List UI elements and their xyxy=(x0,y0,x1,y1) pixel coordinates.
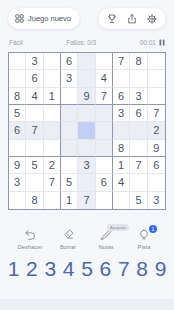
cell-r6c2[interactable] xyxy=(26,140,43,157)
home-indicator-area xyxy=(0,299,174,310)
cell-r5c3[interactable] xyxy=(44,122,61,139)
mistakes-counter: Fallos: 0/3 xyxy=(66,39,96,46)
cell-r5c8[interactable] xyxy=(130,122,147,139)
cell-r4c9[interactable]: 7 xyxy=(148,105,165,122)
undo-icon xyxy=(23,228,37,242)
cell-r7c7[interactable]: 1 xyxy=(113,157,130,174)
cell-r2c1[interactable] xyxy=(9,70,26,87)
numpad-3[interactable]: 3 xyxy=(43,257,58,280)
cell-r3c2[interactable]: 4 xyxy=(26,88,43,105)
numpad-7[interactable]: 7 xyxy=(116,257,131,280)
numpad-8[interactable]: 8 xyxy=(135,257,150,280)
cell-r3c3[interactable]: 1 xyxy=(44,88,61,105)
tool-label: Notas xyxy=(98,244,113,250)
cell-r8c1[interactable]: 3 xyxy=(9,174,26,191)
deshacer-button[interactable]: Deshacer xyxy=(14,228,46,250)
cell-r3c4[interactable] xyxy=(61,88,78,105)
cell-r5c1[interactable]: 6 xyxy=(9,122,26,139)
cell-r7c8[interactable]: 7 xyxy=(130,157,147,174)
cell-r9c2[interactable]: 8 xyxy=(26,192,43,209)
hint-count-badge: 1 xyxy=(149,225,157,233)
cell-r2c3[interactable] xyxy=(44,70,61,87)
cell-r1c1[interactable] xyxy=(9,53,26,70)
cell-r5c7[interactable] xyxy=(113,122,130,139)
cell-r9c9[interactable]: 3 xyxy=(148,192,165,209)
trophy-icon[interactable] xyxy=(106,13,118,25)
numpad-2[interactable]: 2 xyxy=(24,257,39,280)
numpad-5[interactable]: 5 xyxy=(80,257,95,280)
sudoku-app: Juego nuevo xyxy=(0,0,174,310)
cell-r9c4[interactable]: 1 xyxy=(61,192,78,209)
tool-label: Deshacer xyxy=(18,244,43,250)
cell-r1c3[interactable] xyxy=(44,53,61,70)
cell-r5c6[interactable] xyxy=(96,122,113,139)
cell-r6c5[interactable] xyxy=(78,140,95,157)
cell-r2c6[interactable]: 4 xyxy=(96,70,113,87)
cell-r1c6[interactable] xyxy=(96,53,113,70)
cell-r4c2[interactable] xyxy=(26,105,43,122)
cell-r8c6[interactable]: 6 xyxy=(96,174,113,191)
cell-r4c5[interactable] xyxy=(78,105,95,122)
cell-r2c8[interactable] xyxy=(130,70,147,87)
cell-r6c1[interactable] xyxy=(9,140,26,157)
eraser-icon xyxy=(61,228,75,242)
cell-r8c2[interactable] xyxy=(26,174,43,191)
pause-button[interactable] xyxy=(159,39,165,46)
number-pad: 123456789 xyxy=(0,257,174,280)
numpad-1[interactable]: 1 xyxy=(6,257,21,280)
cell-r7c4[interactable] xyxy=(61,157,78,174)
cell-r1c7[interactable]: 7 xyxy=(113,53,130,70)
cell-r2c7[interactable] xyxy=(113,70,130,87)
cell-r1c5[interactable] xyxy=(78,53,95,70)
cell-r7c1[interactable]: 9 xyxy=(9,157,26,174)
new-game-label: Juego nuevo xyxy=(28,14,71,23)
cell-r8c8[interactable] xyxy=(130,174,147,191)
cell-r3c6[interactable]: 7 xyxy=(96,88,113,105)
cell-r3c8[interactable]: 3 xyxy=(130,88,147,105)
cell-r4c7[interactable]: 3 xyxy=(113,105,130,122)
cell-r9c3[interactable] xyxy=(44,192,61,209)
cell-r2c2[interactable]: 6 xyxy=(26,70,43,87)
header-actions xyxy=(98,8,166,29)
cell-r6c6[interactable] xyxy=(96,140,113,157)
cell-r6c4[interactable] xyxy=(61,140,78,157)
notes-state-badge: Apagado xyxy=(107,224,129,231)
cell-r3c5[interactable]: 9 xyxy=(78,88,95,105)
cell-r7c2[interactable]: 5 xyxy=(26,157,43,174)
cell-r4c4[interactable] xyxy=(61,105,78,122)
cell-r8c5[interactable] xyxy=(78,174,95,191)
cell-r5c9[interactable]: 2 xyxy=(148,122,165,139)
cell-r1c8[interactable]: 8 xyxy=(130,53,147,70)
status-bar: Fácil Fallos: 0/3 00:01 xyxy=(9,39,165,46)
cell-r8c4[interactable]: 5 xyxy=(61,174,78,191)
sudoku-board: 3678634841976353676728995231763756481753 xyxy=(8,52,166,210)
cell-r9c1[interactable] xyxy=(9,192,26,209)
cell-r1c2[interactable]: 3 xyxy=(26,53,43,70)
difficulty-label: Fácil xyxy=(9,39,23,46)
cell-r6c3[interactable] xyxy=(44,140,61,157)
cell-r6c8[interactable] xyxy=(130,140,147,157)
pista-button[interactable]: 1Pista xyxy=(128,228,160,250)
cell-r6c7[interactable]: 8 xyxy=(113,140,130,157)
cell-r5c2[interactable]: 7 xyxy=(26,122,43,139)
settings-icon[interactable] xyxy=(146,13,158,25)
cell-r8c3[interactable]: 7 xyxy=(44,174,61,191)
cell-r9c6[interactable] xyxy=(96,192,113,209)
tool-label: Pista xyxy=(138,244,151,250)
cell-r7c5[interactable]: 3 xyxy=(78,157,95,174)
cell-r4c6[interactable] xyxy=(96,105,113,122)
cell-r2c5[interactable] xyxy=(78,70,95,87)
cell-r7c3[interactable]: 2 xyxy=(44,157,61,174)
top-bar: Juego nuevo xyxy=(8,8,166,29)
cell-r5c5[interactable] xyxy=(78,122,95,139)
numpad-6[interactable]: 6 xyxy=(98,257,113,280)
cell-r3c1[interactable]: 8 xyxy=(9,88,26,105)
cell-r9c7[interactable] xyxy=(113,192,130,209)
cell-r3c7[interactable]: 6 xyxy=(113,88,130,105)
numpad-4[interactable]: 4 xyxy=(61,257,76,280)
notas-button[interactable]: ApagadoNotas xyxy=(90,228,122,250)
cell-r3c9[interactable] xyxy=(148,88,165,105)
cell-r2c9[interactable] xyxy=(148,70,165,87)
cell-r5c4[interactable] xyxy=(61,122,78,139)
cell-r4c3[interactable] xyxy=(44,105,61,122)
cell-r1c4[interactable]: 6 xyxy=(61,53,78,70)
cell-r2c4[interactable]: 3 xyxy=(61,70,78,87)
new-game-button[interactable]: Juego nuevo xyxy=(8,8,80,29)
numpad-9[interactable]: 9 xyxy=(153,257,168,280)
cell-r4c8[interactable]: 6 xyxy=(130,105,147,122)
cell-r7c9[interactable]: 6 xyxy=(148,157,165,174)
cell-r9c8[interactable]: 5 xyxy=(130,192,147,209)
cell-r6c9[interactable]: 9 xyxy=(148,140,165,157)
tool-label: Borrar xyxy=(60,244,76,250)
share-icon[interactable] xyxy=(126,13,138,25)
cell-r8c9[interactable] xyxy=(148,174,165,191)
action-toolbar: DeshacerBorrarApagadoNotas1Pista xyxy=(0,228,174,250)
cell-r4c1[interactable]: 5 xyxy=(9,105,26,122)
grid-icon xyxy=(15,14,24,23)
cell-r8c7[interactable]: 4 xyxy=(113,174,130,191)
cell-r9c5[interactable]: 7 xyxy=(78,192,95,209)
timer: 00:01 xyxy=(140,39,156,46)
cell-r7c6[interactable] xyxy=(96,157,113,174)
borrar-button[interactable]: Borrar xyxy=(52,228,84,250)
cell-r1c9[interactable] xyxy=(148,53,165,70)
